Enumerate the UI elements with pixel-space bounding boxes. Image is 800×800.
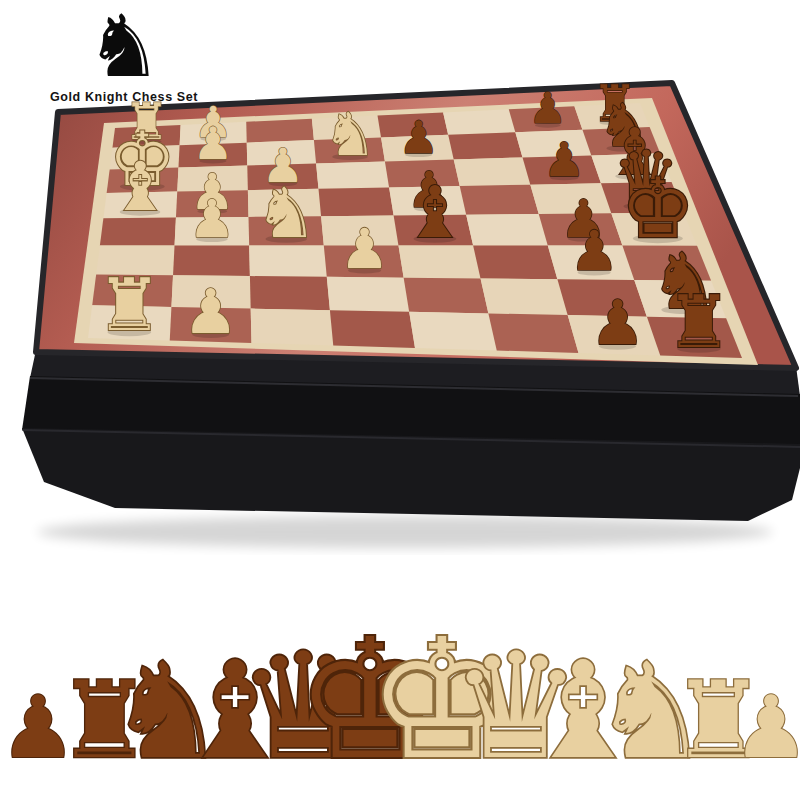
square-g4	[327, 277, 409, 312]
square-h6	[488, 313, 578, 353]
piece-black-rook-h8: ♜	[666, 279, 731, 364]
square-a6	[443, 109, 515, 135]
square-h3	[251, 309, 334, 346]
plinth-ground-shadow	[37, 516, 773, 548]
piece-white-pawn-b2: ♟	[193, 117, 233, 170]
piece-white-knight-b4: ♞	[323, 100, 376, 169]
piece-black-bishop-e5: ♝	[403, 171, 467, 254]
piece-white-pawn-h2: ♟	[183, 276, 238, 348]
piece-black-pawn-b5: ♟	[398, 111, 438, 164]
square-b6	[448, 132, 522, 159]
square-h5	[409, 312, 497, 351]
square-f6	[473, 246, 557, 280]
square-e6	[466, 214, 548, 246]
piece-black-pawn-h7: ♟	[590, 287, 645, 359]
chess-set-photo-svg: ♜♟♟♜♞♟♞♟♝♟♟♚♛♟♟♝♚♟♝♞♟♟♟♞♜♟♟♜♟♜♞♝♛♚♚♛♝♞♜♟	[0, 0, 800, 800]
lineup-light-pawn: ♟	[732, 677, 800, 777]
square-g3	[250, 276, 330, 310]
piece-white-pawn-f4: ♟	[340, 217, 390, 281]
square-h4	[330, 310, 415, 348]
piece-white-knight-e3: ♞	[255, 173, 317, 253]
square-d6	[460, 185, 539, 215]
piece-black-pawn-a7: ♟	[529, 83, 567, 133]
square-g6	[481, 278, 568, 315]
piece-black-pawn-c7: ♟	[543, 132, 585, 187]
piece-white-bishop-d1: ♝	[110, 147, 171, 226]
square-g5	[404, 278, 489, 314]
piece-white-rook-h1: ♜	[97, 262, 162, 347]
square-f2	[173, 245, 250, 276]
chess-set-photo: ♜♟♟♜♞♟♞♟♝♟♟♚♛♟♟♝♚♟♝♞♟♟♟♞♜♟♟♜♟♜♞♝♛♚♚♛♝♞♜♟	[0, 0, 800, 800]
piece-black-pawn-f7: ♟	[569, 219, 619, 283]
plinth-base-block	[22, 428, 800, 521]
piece-white-pawn-e2: ♟	[188, 188, 235, 249]
square-d4	[318, 187, 393, 216]
